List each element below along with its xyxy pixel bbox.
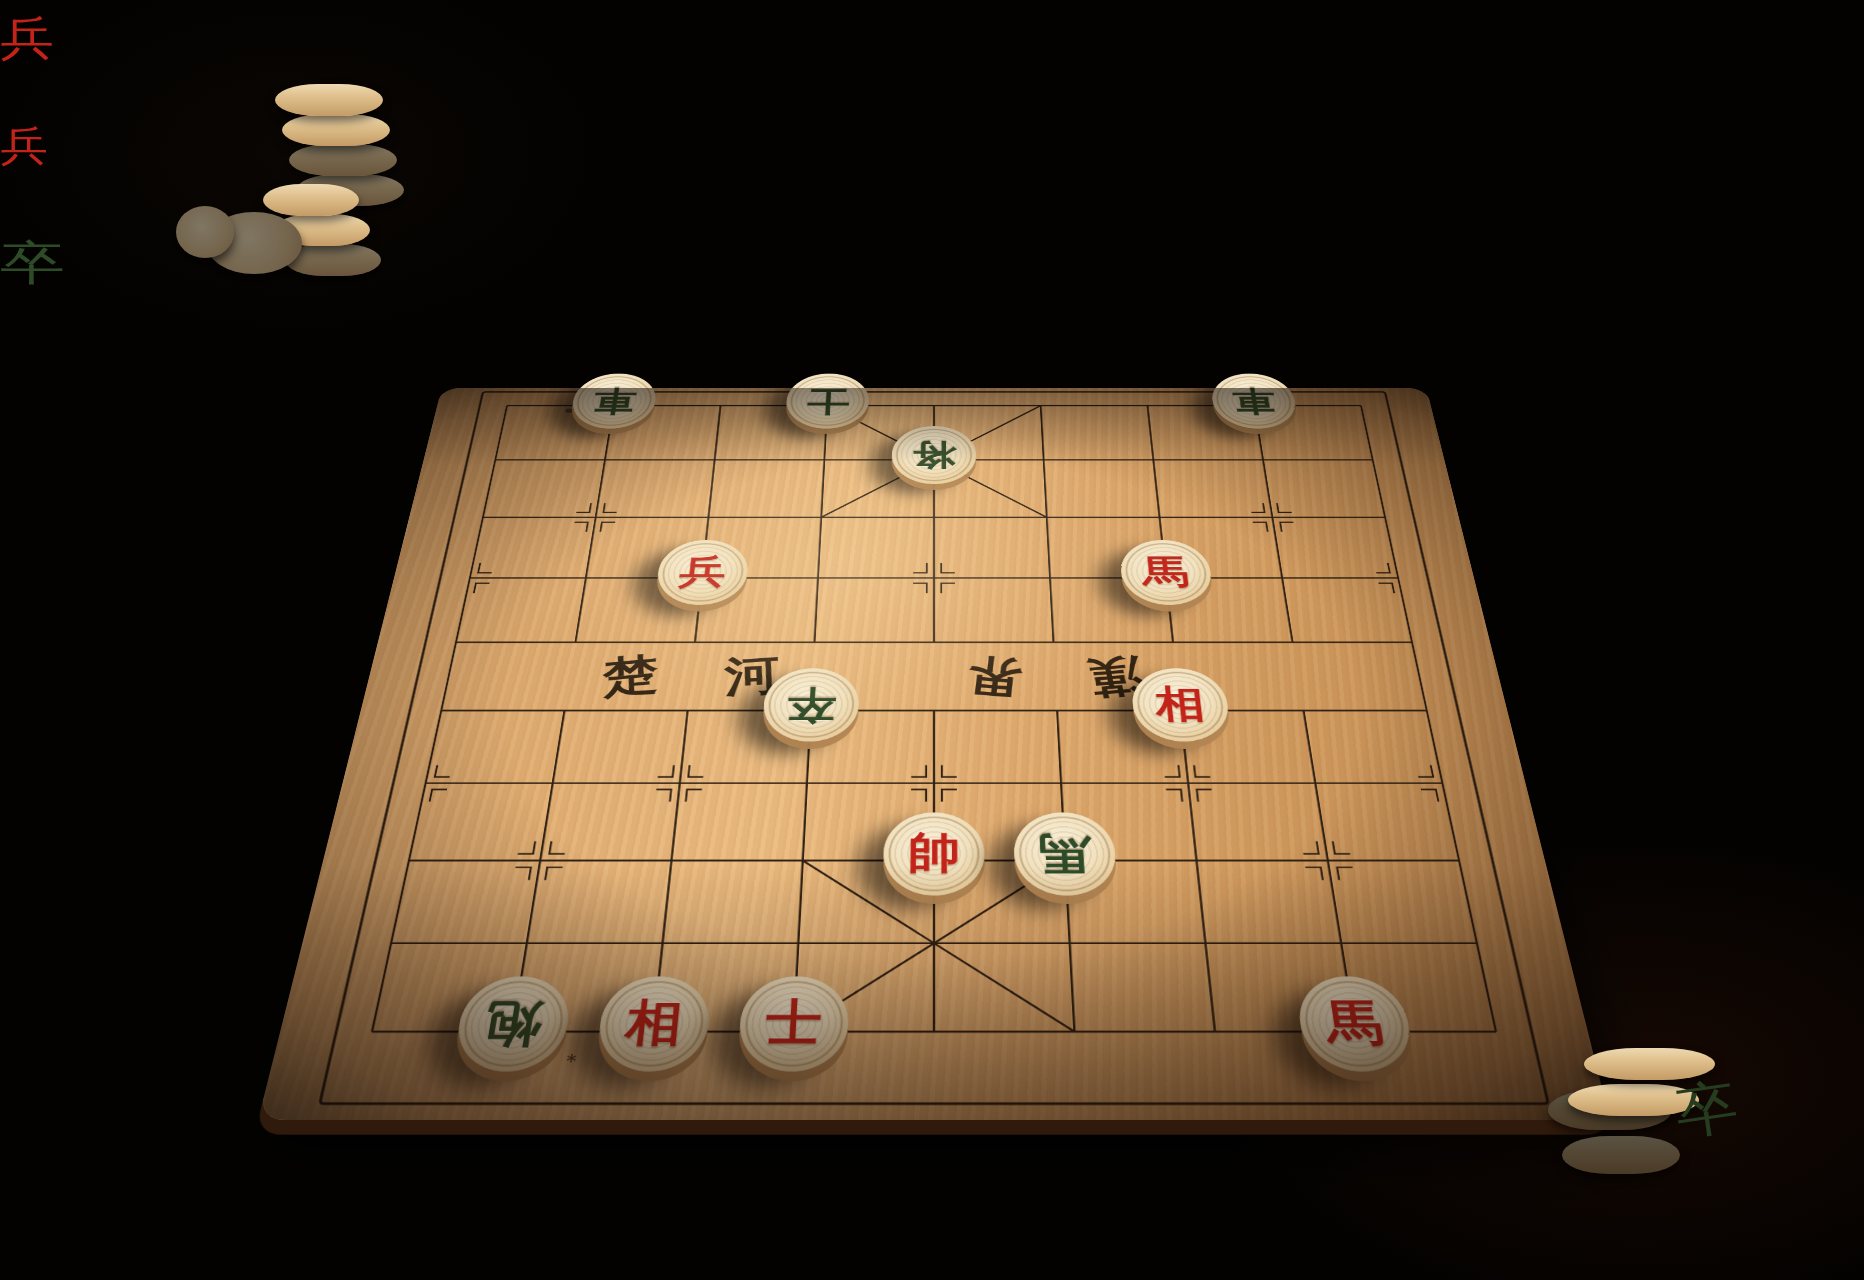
piece-character: 車 [568, 374, 659, 429]
piece-red-士[interactable]: 士 [736, 976, 849, 1071]
piece-character: 卒 [761, 668, 860, 741]
captured-piece-black-卒[interactable]: 卒 [1670, 1058, 1809, 1191]
stacked-piece-side [282, 114, 390, 146]
piece-black-卒[interactable]: 卒 [761, 668, 860, 741]
piece-red-相[interactable]: 相 [1129, 668, 1232, 741]
xiangqi-board[interactable]: 楚河界漢 * 車士将車兵馬卒相帥馬炮相士馬 [258, 388, 1610, 1120]
board-perspective-wrap: 楚河界漢 * 車士将車兵馬卒相帥馬炮相士馬 [258, 388, 1610, 1120]
piece-character: 兵 [0, 122, 48, 170]
stacked-piece-side [1562, 1136, 1680, 1174]
piece-red-馬[interactable]: 馬 [1118, 540, 1214, 605]
piece-character: 炮 [451, 976, 574, 1071]
captured-pieces-area: 兵兵卒卒 [0, 0, 1864, 348]
captured-piece-black-卒[interactable]: 卒 [0, 231, 136, 329]
piece-character: 卒 [0, 235, 65, 289]
piece-black-車[interactable]: 車 [568, 374, 659, 429]
piece-character: 馬 [1118, 540, 1214, 605]
piece-character: 相 [1129, 668, 1232, 741]
piece-character: 士 [784, 374, 869, 429]
piece-black-車[interactable]: 車 [1209, 374, 1300, 429]
piece-black-馬[interactable]: 馬 [1013, 812, 1118, 895]
piece-character: 相 [594, 976, 712, 1071]
piece-character: 卒 [1671, 1071, 1742, 1148]
piece-character: 士 [736, 976, 849, 1071]
piece-red-兵[interactable]: 兵 [654, 540, 750, 605]
piece-character: 帥 [883, 812, 986, 895]
piece-character: 将 [891, 426, 977, 484]
captured-piece-red-兵[interactable]: 兵 [0, 8, 112, 104]
piece-character: 兵 [0, 11, 54, 65]
piece-character: 馬 [1294, 976, 1417, 1071]
captured-piece-red-兵[interactable]: 兵 [0, 119, 100, 205]
photo-stage: 楚河界漢 * 車士将車兵馬卒相帥馬炮相士馬 兵兵卒卒 [0, 0, 1864, 1280]
captured-piece-face-down[interactable] [176, 206, 234, 258]
stacked-piece-side [263, 184, 359, 216]
piece-red-帥[interactable]: 帥 [883, 812, 986, 895]
stacked-piece-side [275, 84, 383, 116]
pieces-layer: 車士将車兵馬卒相帥馬炮相士馬 [258, 388, 1610, 1120]
stacked-piece-side [289, 144, 397, 176]
piece-character: 車 [1209, 374, 1300, 429]
piece-black-士[interactable]: 士 [784, 374, 869, 429]
piece-character: 馬 [1013, 812, 1118, 895]
piece-black-炮[interactable]: 炮 [451, 976, 574, 1071]
piece-black-将[interactable]: 将 [891, 426, 977, 484]
piece-character: 兵 [654, 540, 750, 605]
piece-red-馬[interactable]: 馬 [1294, 976, 1417, 1071]
piece-red-相[interactable]: 相 [594, 976, 712, 1071]
